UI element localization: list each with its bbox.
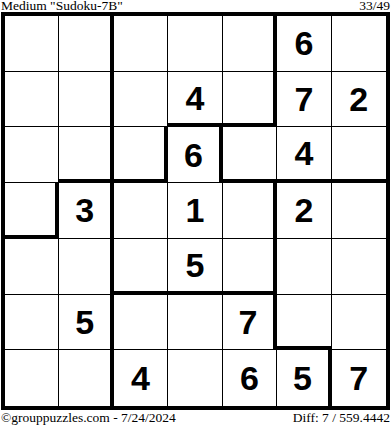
given-digit: 4 (131, 361, 150, 395)
sudoku-cell-r7c3[interactable]: 4 (114, 350, 168, 406)
given-digit: 2 (294, 193, 313, 227)
sudoku-cell-r6c1[interactable] (5, 295, 59, 351)
sudoku-cell-r5c7[interactable] (332, 239, 386, 295)
sudoku-cell-r2c1[interactable] (5, 72, 59, 128)
sudoku-cell-r3c5[interactable] (223, 127, 277, 183)
sudoku-cell-r3c4[interactable]: 6 (168, 127, 222, 183)
page-footer: ©grouppuzzles.com - 7/24/2024 Diff: 7 / … (1, 410, 390, 426)
given-digit: 5 (75, 305, 94, 339)
sudoku-cell-r4c7[interactable] (332, 183, 386, 239)
sudoku-cell-r3c1[interactable] (5, 127, 59, 183)
sudoku-cell-r7c4[interactable] (168, 350, 222, 406)
sudoku-cell-r4c2[interactable]: 3 (59, 183, 113, 239)
given-digit: 7 (294, 82, 313, 116)
sudoku-page: Medium "Sudoku-7B" 33/49 647264312557465… (0, 0, 391, 426)
given-digit: 5 (186, 248, 205, 282)
sudoku-cell-r4c6[interactable]: 2 (277, 183, 331, 239)
sudoku-cell-r4c3[interactable] (114, 183, 168, 239)
sudoku-cell-r3c6[interactable]: 4 (277, 127, 331, 183)
sudoku-cell-r1c6[interactable]: 6 (277, 16, 331, 72)
sudoku-cell-r7c2[interactable] (59, 350, 113, 406)
given-digit: 7 (238, 305, 257, 339)
sudoku-cell-r3c2[interactable] (59, 127, 113, 183)
sudoku-cell-r5c3[interactable] (114, 239, 168, 295)
sudoku-cell-r2c3[interactable] (114, 72, 168, 128)
sudoku-cell-r1c7[interactable] (332, 16, 386, 72)
sudoku-cell-r5c4[interactable]: 5 (168, 239, 222, 295)
sudoku-cell-r1c5[interactable] (223, 16, 277, 72)
sudoku-cell-r7c5[interactable]: 6 (223, 350, 277, 406)
sudoku-cell-r6c5[interactable]: 7 (223, 295, 277, 351)
sudoku-cell-r4c5[interactable] (223, 183, 277, 239)
given-digit: 1 (186, 193, 205, 227)
sudoku-cell-r5c5[interactable] (223, 239, 277, 295)
sudoku-cell-r5c6[interactable] (277, 239, 331, 295)
sudoku-cell-r4c1[interactable] (5, 183, 59, 239)
given-digit: 3 (75, 193, 94, 227)
sudoku-cell-r7c7[interactable]: 7 (332, 350, 386, 406)
sudoku-cell-r2c7[interactable]: 2 (332, 72, 386, 128)
sudoku-cell-r5c1[interactable] (5, 239, 59, 295)
given-digit: 6 (294, 26, 313, 60)
given-digit: 4 (186, 81, 205, 115)
sudoku-cell-r6c6[interactable] (277, 295, 331, 351)
sudoku-cell-r6c4[interactable] (168, 295, 222, 351)
sudoku-cell-r5c2[interactable] (59, 239, 113, 295)
sudoku-cell-r2c2[interactable] (59, 72, 113, 128)
sudoku-cell-r6c2[interactable]: 5 (59, 295, 113, 351)
sudoku-cell-r4c4[interactable]: 1 (168, 183, 222, 239)
sudoku-cell-r1c4[interactable] (168, 16, 222, 72)
sudoku-cell-r2c6[interactable]: 7 (277, 72, 331, 128)
sudoku-board: 6472643125574657 (1, 12, 390, 410)
given-digit: 7 (349, 361, 368, 395)
sudoku-cell-r6c7[interactable] (332, 295, 386, 351)
copyright-text: ©grouppuzzles.com - 7/24/2024 (1, 410, 176, 426)
sudoku-cell-r1c1[interactable] (5, 16, 59, 72)
given-digit: 2 (349, 82, 368, 116)
given-digit: 5 (293, 361, 312, 395)
sudoku-cell-r2c4[interactable]: 4 (168, 72, 222, 128)
sudoku-cell-r3c3[interactable] (114, 127, 168, 183)
sudoku-cell-r6c3[interactable] (114, 295, 168, 351)
given-digit: 6 (184, 138, 203, 172)
sudoku-cell-r7c1[interactable] (5, 350, 59, 406)
sudoku-cell-r2c5[interactable] (223, 72, 277, 128)
sudoku-cell-r7c6[interactable]: 5 (277, 350, 331, 406)
given-digit: 4 (294, 136, 313, 170)
given-digit: 6 (240, 361, 259, 395)
sudoku-cell-r1c2[interactable] (59, 16, 113, 72)
difficulty-text: Diff: 7 / 559.4442 (293, 410, 390, 426)
sudoku-cell-r3c7[interactable] (332, 127, 386, 183)
sudoku-cell-r1c3[interactable] (114, 16, 168, 72)
